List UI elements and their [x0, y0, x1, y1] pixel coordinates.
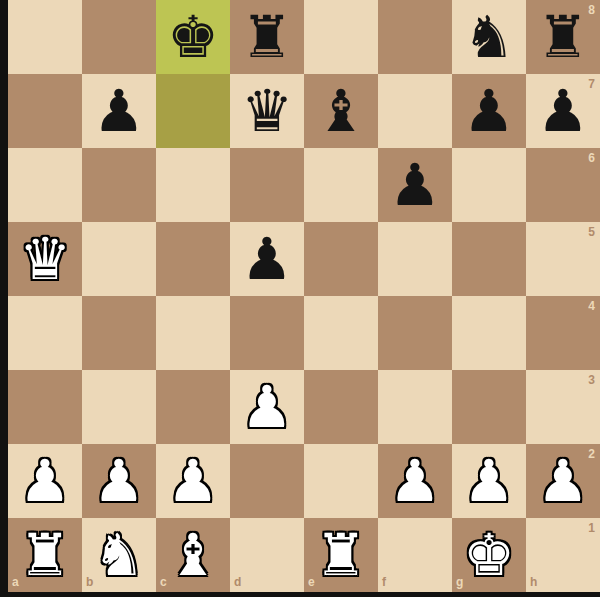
square-b2[interactable]: ♟ [82, 444, 156, 518]
square-b6[interactable] [82, 148, 156, 222]
square-a7[interactable] [8, 74, 82, 148]
square-g4[interactable] [452, 296, 526, 370]
square-e4[interactable] [304, 296, 378, 370]
square-c3[interactable] [156, 370, 230, 444]
square-f1[interactable]: f [378, 518, 452, 592]
piece-white-pawn-c2[interactable]: ♟ [156, 444, 230, 518]
square-f5[interactable] [378, 222, 452, 296]
piece-white-pawn-b2[interactable]: ♟ [82, 444, 156, 518]
square-a4[interactable] [8, 296, 82, 370]
square-a6[interactable] [8, 148, 82, 222]
square-a1[interactable]: a♜ [8, 518, 82, 592]
piece-white-bishop-c1[interactable]: ♝ [156, 518, 230, 592]
square-b3[interactable] [82, 370, 156, 444]
square-d2[interactable] [230, 444, 304, 518]
square-h3[interactable]: 3 [526, 370, 600, 444]
square-e6[interactable] [304, 148, 378, 222]
rank-label-6: 6 [588, 151, 595, 165]
file-label-d: d [234, 575, 241, 589]
square-f3[interactable] [378, 370, 452, 444]
square-d3[interactable]: ♟ [230, 370, 304, 444]
square-h7[interactable]: 7♟ [526, 74, 600, 148]
square-c8[interactable]: ♚ [156, 0, 230, 74]
piece-black-pawn-b7[interactable]: ♟ [82, 74, 156, 148]
piece-white-pawn-a2[interactable]: ♟ [8, 444, 82, 518]
piece-black-pawn-d5[interactable]: ♟ [230, 222, 304, 296]
square-b8[interactable] [82, 0, 156, 74]
square-d7[interactable]: ♛ [230, 74, 304, 148]
square-f2[interactable]: ♟ [378, 444, 452, 518]
square-a8[interactable] [8, 0, 82, 74]
square-d5[interactable]: ♟ [230, 222, 304, 296]
piece-white-rook-e1[interactable]: ♜ [304, 518, 378, 592]
square-b7[interactable]: ♟ [82, 74, 156, 148]
square-e2[interactable] [304, 444, 378, 518]
square-d1[interactable]: d [230, 518, 304, 592]
square-h4[interactable]: 4 [526, 296, 600, 370]
square-d4[interactable] [230, 296, 304, 370]
square-h8[interactable]: 8♜ [526, 0, 600, 74]
chess-board-frame: ♚♜♞8♜♟♛♝♟7♟♟6♛♟54♟3♟♟♟♟♟2♟a♜b♞c♝de♜fg♚1h [0, 0, 600, 597]
piece-white-pawn-g2[interactable]: ♟ [452, 444, 526, 518]
square-g7[interactable]: ♟ [452, 74, 526, 148]
square-a3[interactable] [8, 370, 82, 444]
piece-black-knight-g8[interactable]: ♞ [452, 0, 526, 74]
piece-white-knight-b1[interactable]: ♞ [82, 518, 156, 592]
square-c4[interactable] [156, 296, 230, 370]
piece-black-queen-d7[interactable]: ♛ [230, 74, 304, 148]
square-c2[interactable]: ♟ [156, 444, 230, 518]
chess-board: ♚♜♞8♜♟♛♝♟7♟♟6♛♟54♟3♟♟♟♟♟2♟a♜b♞c♝de♜fg♚1h [8, 0, 600, 592]
square-e1[interactable]: e♜ [304, 518, 378, 592]
square-h1[interactable]: 1h [526, 518, 600, 592]
rank-label-3: 3 [588, 373, 595, 387]
piece-white-queen-a5[interactable]: ♛ [8, 222, 82, 296]
rank-label-1: 1 [588, 521, 595, 535]
square-e8[interactable] [304, 0, 378, 74]
piece-black-bishop-e7[interactable]: ♝ [304, 74, 378, 148]
rank-label-5: 5 [588, 225, 595, 239]
piece-white-pawn-h2[interactable]: ♟ [526, 444, 600, 518]
square-f7[interactable] [378, 74, 452, 148]
square-g6[interactable] [452, 148, 526, 222]
piece-black-pawn-g7[interactable]: ♟ [452, 74, 526, 148]
square-c1[interactable]: c♝ [156, 518, 230, 592]
square-f4[interactable] [378, 296, 452, 370]
square-e3[interactable] [304, 370, 378, 444]
square-f6[interactable]: ♟ [378, 148, 452, 222]
square-b4[interactable] [82, 296, 156, 370]
square-f8[interactable] [378, 0, 452, 74]
square-h2[interactable]: 2♟ [526, 444, 600, 518]
square-a2[interactable]: ♟ [8, 444, 82, 518]
square-g1[interactable]: g♚ [452, 518, 526, 592]
file-label-h: h [530, 575, 537, 589]
file-label-f: f [382, 575, 386, 589]
piece-white-pawn-f2[interactable]: ♟ [378, 444, 452, 518]
square-g3[interactable] [452, 370, 526, 444]
square-e7[interactable]: ♝ [304, 74, 378, 148]
piece-white-king-g1[interactable]: ♚ [452, 518, 526, 592]
square-h5[interactable]: 5 [526, 222, 600, 296]
square-a5[interactable]: ♛ [8, 222, 82, 296]
square-c6[interactable] [156, 148, 230, 222]
square-b5[interactable] [82, 222, 156, 296]
piece-white-rook-a1[interactable]: ♜ [8, 518, 82, 592]
square-c7[interactable] [156, 74, 230, 148]
piece-white-pawn-d3[interactable]: ♟ [230, 370, 304, 444]
square-e5[interactable] [304, 222, 378, 296]
piece-black-pawn-h7[interactable]: ♟ [526, 74, 600, 148]
square-g5[interactable] [452, 222, 526, 296]
piece-black-rook-d8[interactable]: ♜ [230, 0, 304, 74]
piece-black-rook-h8[interactable]: ♜ [526, 0, 600, 74]
square-d6[interactable] [230, 148, 304, 222]
rank-label-4: 4 [588, 299, 595, 313]
square-h6[interactable]: 6 [526, 148, 600, 222]
square-g2[interactable]: ♟ [452, 444, 526, 518]
square-c5[interactable] [156, 222, 230, 296]
square-g8[interactable]: ♞ [452, 0, 526, 74]
piece-black-king-c8[interactable]: ♚ [156, 0, 230, 74]
piece-black-pawn-f6[interactable]: ♟ [378, 148, 452, 222]
square-d8[interactable]: ♜ [230, 0, 304, 74]
square-b1[interactable]: b♞ [82, 518, 156, 592]
